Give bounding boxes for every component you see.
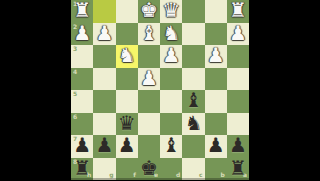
square-g7[interactable]: ♟ bbox=[93, 135, 115, 158]
square-d8[interactable]: d bbox=[160, 158, 182, 181]
white-pawn-g2-icon: ♟ bbox=[95, 23, 113, 43]
square-g6[interactable] bbox=[93, 113, 115, 136]
square-a8[interactable]: ♜a bbox=[227, 158, 249, 181]
square-e6[interactable] bbox=[138, 113, 160, 136]
white-pawn-d3-icon: ♟ bbox=[162, 45, 180, 65]
black-rook-h8-icon: ♜ bbox=[73, 158, 91, 178]
square-g1[interactable] bbox=[93, 0, 115, 23]
square-d5[interactable] bbox=[160, 90, 182, 113]
square-f1[interactable] bbox=[116, 0, 138, 23]
square-h2[interactable]: ♟2 bbox=[71, 23, 93, 46]
white-rook-a1-icon: ♜ bbox=[229, 0, 247, 20]
rank-label-4: 4 bbox=[73, 69, 77, 75]
black-bishop-d7-icon: ♝ bbox=[162, 135, 180, 155]
square-d7[interactable]: ♝ bbox=[160, 135, 182, 158]
rank-label-6: 6 bbox=[73, 114, 77, 120]
square-a4[interactable] bbox=[227, 68, 249, 91]
black-pawn-a7-icon: ♟ bbox=[229, 135, 247, 155]
white-king-e1-icon: ♚ bbox=[140, 0, 158, 20]
square-b6[interactable] bbox=[205, 113, 227, 136]
square-c7[interactable] bbox=[182, 135, 204, 158]
square-b4[interactable] bbox=[205, 68, 227, 91]
white-pawn-h2-icon: ♟ bbox=[73, 23, 91, 43]
square-c3[interactable] bbox=[182, 45, 204, 68]
square-a1[interactable]: ♜ bbox=[227, 0, 249, 23]
letterbox-right bbox=[249, 0, 320, 180]
square-e5[interactable] bbox=[138, 90, 160, 113]
square-a7[interactable]: ♟ bbox=[227, 135, 249, 158]
square-h1[interactable]: ♜1 bbox=[71, 0, 93, 23]
square-d1[interactable]: ♛ bbox=[160, 0, 182, 23]
square-f6[interactable]: ♛ bbox=[116, 113, 138, 136]
square-a5[interactable] bbox=[227, 90, 249, 113]
square-h8[interactable]: ♜8h bbox=[71, 158, 93, 181]
square-f5[interactable] bbox=[116, 90, 138, 113]
black-bishop-c5-icon: ♝ bbox=[184, 90, 202, 110]
square-f8[interactable]: f bbox=[116, 158, 138, 181]
white-rook-h1-icon: ♜ bbox=[73, 0, 91, 20]
black-knight-c6-icon: ♞ bbox=[184, 113, 202, 133]
rank-label-5: 5 bbox=[73, 91, 77, 97]
square-c5[interactable]: ♝ bbox=[182, 90, 204, 113]
square-b3[interactable]: ♟ bbox=[205, 45, 227, 68]
file-label-d: d bbox=[176, 172, 180, 178]
square-g4[interactable] bbox=[93, 68, 115, 91]
square-d6[interactable] bbox=[160, 113, 182, 136]
square-g2[interactable]: ♟ bbox=[93, 23, 115, 46]
black-pawn-f7-icon: ♟ bbox=[118, 135, 136, 155]
square-a2[interactable]: ♟ bbox=[227, 23, 249, 46]
black-king-e8-icon: ♚ bbox=[140, 158, 158, 178]
square-g8[interactable]: g bbox=[93, 158, 115, 181]
square-c1[interactable] bbox=[182, 0, 204, 23]
square-e1[interactable]: ♚ bbox=[138, 0, 160, 23]
square-c4[interactable] bbox=[182, 68, 204, 91]
square-b5[interactable] bbox=[205, 90, 227, 113]
square-h6[interactable]: 6 bbox=[71, 113, 93, 136]
white-knight-d2-icon: ♞ bbox=[162, 23, 180, 43]
square-e8[interactable]: ♚e bbox=[138, 158, 160, 181]
black-rook-a8-icon: ♜ bbox=[229, 158, 247, 178]
square-h7[interactable]: ♟7 bbox=[71, 135, 93, 158]
square-d3[interactable]: ♟ bbox=[160, 45, 182, 68]
square-f3[interactable]: ♞ bbox=[116, 45, 138, 68]
square-b1[interactable] bbox=[205, 0, 227, 23]
square-a3[interactable] bbox=[227, 45, 249, 68]
square-g5[interactable] bbox=[93, 90, 115, 113]
square-g3[interactable] bbox=[93, 45, 115, 68]
square-e7[interactable] bbox=[138, 135, 160, 158]
chess-board: ♜1♚♛♜♟2♟♝♞♟3♞♟♟4♟5♝6♛♞♟7♟♟♝♟♟♜8hgf♚edcb♜… bbox=[71, 0, 249, 180]
white-knight-f3-icon: ♞ bbox=[118, 45, 136, 65]
black-pawn-g7-icon: ♟ bbox=[95, 135, 113, 155]
square-c6[interactable]: ♞ bbox=[182, 113, 204, 136]
square-c8[interactable]: c bbox=[182, 158, 204, 181]
square-f2[interactable] bbox=[116, 23, 138, 46]
file-label-b: b bbox=[220, 172, 224, 178]
rank-label-3: 3 bbox=[73, 46, 77, 52]
square-e3[interactable] bbox=[138, 45, 160, 68]
square-h5[interactable]: 5 bbox=[71, 90, 93, 113]
square-b8[interactable]: b bbox=[205, 158, 227, 181]
square-c2[interactable] bbox=[182, 23, 204, 46]
square-a6[interactable] bbox=[227, 113, 249, 136]
white-pawn-b3-icon: ♟ bbox=[207, 45, 225, 65]
square-d4[interactable] bbox=[160, 68, 182, 91]
square-h3[interactable]: 3 bbox=[71, 45, 93, 68]
square-h4[interactable]: 4 bbox=[71, 68, 93, 91]
white-pawn-e4-icon: ♟ bbox=[140, 68, 158, 88]
white-queen-d1-icon: ♛ bbox=[162, 0, 180, 20]
square-e2[interactable]: ♝ bbox=[138, 23, 160, 46]
white-pawn-a2-icon: ♟ bbox=[229, 23, 247, 43]
square-f4[interactable] bbox=[116, 68, 138, 91]
square-b2[interactable] bbox=[205, 23, 227, 46]
black-pawn-h7-icon: ♟ bbox=[73, 135, 91, 155]
square-b7[interactable]: ♟ bbox=[205, 135, 227, 158]
screenshot-stage: ♜1♚♛♜♟2♟♝♞♟3♞♟♟4♟5♝6♛♞♟7♟♟♝♟♟♜8hgf♚edcb♜… bbox=[0, 0, 320, 180]
square-d2[interactable]: ♞ bbox=[160, 23, 182, 46]
file-label-f: f bbox=[133, 172, 136, 178]
letterbox-left bbox=[0, 0, 71, 180]
black-pawn-b7-icon: ♟ bbox=[207, 135, 225, 155]
file-label-g: g bbox=[109, 172, 113, 178]
black-queen-f6-icon: ♛ bbox=[118, 113, 136, 133]
file-label-c: c bbox=[199, 172, 203, 178]
square-e4[interactable]: ♟ bbox=[138, 68, 160, 91]
square-f7[interactable]: ♟ bbox=[116, 135, 138, 158]
white-bishop-e2-icon: ♝ bbox=[140, 23, 158, 43]
